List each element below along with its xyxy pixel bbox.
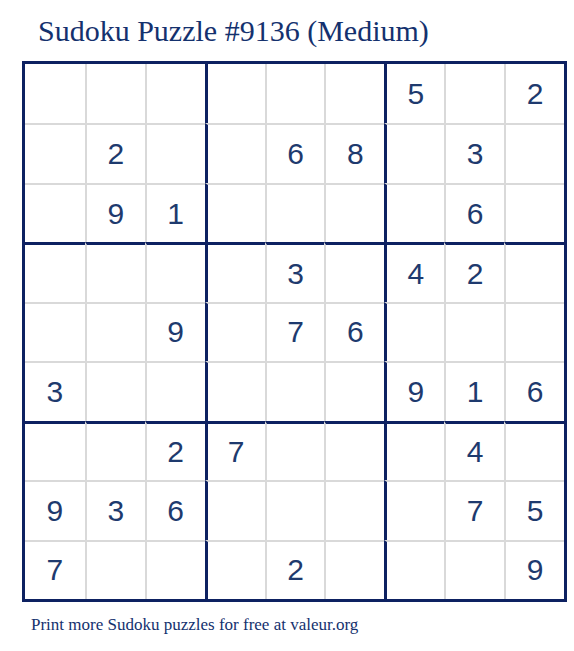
- cell-r9c9: 9: [504, 540, 564, 599]
- cell-r8c9: 5: [504, 480, 564, 539]
- cell-r7c4: 7: [205, 421, 265, 480]
- cell-r5c9[interactable]: [504, 302, 564, 361]
- cell-r3c3: 1: [145, 183, 205, 242]
- cell-r2c4[interactable]: [205, 123, 265, 182]
- cell-r7c5[interactable]: [265, 421, 325, 480]
- cell-r9c5: 2: [265, 540, 325, 599]
- cell-r9c4[interactable]: [205, 540, 265, 599]
- cell-r4c5: 3: [265, 242, 325, 301]
- cell-r5c7[interactable]: [384, 302, 444, 361]
- cell-r2c3[interactable]: [145, 123, 205, 182]
- cell-r4c8: 2: [444, 242, 504, 301]
- cell-r7c9[interactable]: [504, 421, 564, 480]
- cell-r3c8: 6: [444, 183, 504, 242]
- cell-r5c1[interactable]: [25, 302, 85, 361]
- page-title: Sudoku Puzzle #9136 (Medium): [38, 14, 429, 48]
- cell-r2c2: 2: [85, 123, 145, 182]
- cell-r7c7[interactable]: [384, 421, 444, 480]
- cell-r6c2[interactable]: [85, 361, 145, 420]
- cell-r7c6[interactable]: [324, 421, 384, 480]
- cell-r4c9[interactable]: [504, 242, 564, 301]
- cell-r6c4[interactable]: [205, 361, 265, 420]
- cell-r3c1[interactable]: [25, 183, 85, 242]
- sudoku-board: 522683916342976391627493675729: [22, 61, 567, 602]
- cell-r8c7[interactable]: [384, 480, 444, 539]
- cell-r2c9[interactable]: [504, 123, 564, 182]
- sudoku-page: Sudoku Puzzle #9136 (Medium) 52268391634…: [0, 0, 574, 651]
- cell-r5c8[interactable]: [444, 302, 504, 361]
- cell-r8c3: 6: [145, 480, 205, 539]
- cell-r2c7[interactable]: [384, 123, 444, 182]
- cell-r9c7[interactable]: [384, 540, 444, 599]
- cell-r6c7: 9: [384, 361, 444, 420]
- cell-r7c1[interactable]: [25, 421, 85, 480]
- cell-r6c9: 6: [504, 361, 564, 420]
- cell-r3c2: 9: [85, 183, 145, 242]
- cell-r8c6[interactable]: [324, 480, 384, 539]
- cell-r4c6[interactable]: [324, 242, 384, 301]
- cell-r4c2[interactable]: [85, 242, 145, 301]
- cell-r9c3[interactable]: [145, 540, 205, 599]
- cell-r7c8: 4: [444, 421, 504, 480]
- cell-r3c9[interactable]: [504, 183, 564, 242]
- cell-r4c3[interactable]: [145, 242, 205, 301]
- cell-r9c1: 7: [25, 540, 85, 599]
- cell-r6c5[interactable]: [265, 361, 325, 420]
- cell-r1c6[interactable]: [324, 64, 384, 123]
- cell-r8c4[interactable]: [205, 480, 265, 539]
- cell-r4c1[interactable]: [25, 242, 85, 301]
- cell-r8c8: 7: [444, 480, 504, 539]
- cell-r5c4[interactable]: [205, 302, 265, 361]
- cell-r6c6[interactable]: [324, 361, 384, 420]
- cell-r5c3: 9: [145, 302, 205, 361]
- cell-r2c5: 6: [265, 123, 325, 182]
- cell-r5c5: 7: [265, 302, 325, 361]
- cell-r1c7: 5: [384, 64, 444, 123]
- cell-r9c8[interactable]: [444, 540, 504, 599]
- cell-r3c7[interactable]: [384, 183, 444, 242]
- cell-r1c8[interactable]: [444, 64, 504, 123]
- cell-r8c2: 3: [85, 480, 145, 539]
- cell-r1c9: 2: [504, 64, 564, 123]
- cell-r6c3[interactable]: [145, 361, 205, 420]
- cell-r1c3[interactable]: [145, 64, 205, 123]
- cell-r3c4[interactable]: [205, 183, 265, 242]
- cell-r9c6[interactable]: [324, 540, 384, 599]
- cell-r1c2[interactable]: [85, 64, 145, 123]
- cell-r6c8: 1: [444, 361, 504, 420]
- cell-r7c3: 2: [145, 421, 205, 480]
- cell-r5c2[interactable]: [85, 302, 145, 361]
- cell-r1c5[interactable]: [265, 64, 325, 123]
- cell-r2c8: 3: [444, 123, 504, 182]
- cell-r7c2[interactable]: [85, 421, 145, 480]
- footer-text: Print more Sudoku puzzles for free at va…: [31, 615, 358, 635]
- cell-r6c1: 3: [25, 361, 85, 420]
- cell-r1c1[interactable]: [25, 64, 85, 123]
- cell-r2c1[interactable]: [25, 123, 85, 182]
- cell-r4c4[interactable]: [205, 242, 265, 301]
- cell-r5c6: 6: [324, 302, 384, 361]
- cell-r2c6: 8: [324, 123, 384, 182]
- cell-r3c6[interactable]: [324, 183, 384, 242]
- cell-r8c5[interactable]: [265, 480, 325, 539]
- cell-r1c4[interactable]: [205, 64, 265, 123]
- cell-r8c1: 9: [25, 480, 85, 539]
- cell-r4c7: 4: [384, 242, 444, 301]
- cell-r3c5[interactable]: [265, 183, 325, 242]
- cell-r9c2[interactable]: [85, 540, 145, 599]
